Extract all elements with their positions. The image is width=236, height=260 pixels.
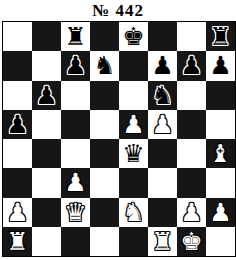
square-h4[interactable]: ♝ — [206, 139, 235, 168]
square-g1[interactable]: ♚ — [177, 227, 206, 256]
square-b8[interactable] — [32, 22, 61, 51]
square-h5[interactable] — [206, 110, 235, 139]
black-queen-piece: ♛ — [122, 139, 144, 168]
square-a4[interactable] — [3, 139, 32, 168]
black-pawn-piece: ♟ — [35, 81, 57, 110]
square-c8[interactable]: ♜ — [61, 22, 90, 51]
square-c3[interactable]: ♟ — [61, 168, 90, 197]
square-d7[interactable]: ♞ — [90, 51, 119, 80]
square-b1[interactable] — [32, 227, 61, 256]
square-e7[interactable] — [119, 51, 148, 80]
square-e5[interactable]: ♟ — [119, 110, 148, 139]
square-a7[interactable] — [3, 51, 32, 80]
black-rook-piece: ♜ — [209, 22, 231, 51]
puzzle-number-title: № 442 — [0, 0, 236, 21]
square-b3[interactable] — [32, 168, 61, 197]
square-c6[interactable] — [61, 81, 90, 110]
square-a5[interactable]: ♟ — [3, 110, 32, 139]
square-d4[interactable] — [90, 139, 119, 168]
white-pawn-piece: ♟ — [151, 110, 173, 139]
square-e1[interactable] — [119, 227, 148, 256]
square-h2[interactable]: ♟ — [206, 198, 235, 227]
square-f4[interactable] — [148, 139, 177, 168]
square-b7[interactable] — [32, 51, 61, 80]
square-f2[interactable] — [148, 198, 177, 227]
white-queen-piece: ♛ — [64, 198, 86, 227]
square-g3[interactable] — [177, 168, 206, 197]
black-rook-piece: ♜ — [64, 22, 86, 51]
square-a3[interactable] — [3, 168, 32, 197]
square-e8[interactable]: ♚ — [119, 22, 148, 51]
white-pawn-piece: ♟ — [64, 168, 86, 197]
square-g4[interactable] — [177, 139, 206, 168]
white-knight-piece: ♞ — [122, 198, 144, 227]
square-f5[interactable]: ♟ — [148, 110, 177, 139]
square-d3[interactable] — [90, 168, 119, 197]
black-king-piece: ♚ — [122, 22, 144, 51]
black-knight-piece: ♞ — [93, 51, 115, 80]
square-c7[interactable]: ♟ — [61, 51, 90, 80]
black-pawn-piece: ♟ — [180, 51, 202, 80]
square-d6[interactable] — [90, 81, 119, 110]
square-e6[interactable] — [119, 81, 148, 110]
white-king-piece: ♚ — [180, 227, 202, 256]
square-h7[interactable]: ♟ — [206, 51, 235, 80]
square-a8[interactable] — [3, 22, 32, 51]
square-f7[interactable]: ♟ — [148, 51, 177, 80]
square-a6[interactable] — [3, 81, 32, 110]
black-pawn-piece: ♟ — [6, 110, 28, 139]
black-knight-piece: ♞ — [151, 81, 173, 110]
square-d2[interactable] — [90, 198, 119, 227]
square-f6[interactable]: ♞ — [148, 81, 177, 110]
square-a1[interactable]: ♜ — [3, 227, 32, 256]
square-c5[interactable] — [61, 110, 90, 139]
square-a2[interactable]: ♟ — [3, 198, 32, 227]
chess-board: ♜♚♜♟♞♟♟♟♟♞♟♟♟♛♝♟♟♛♞♟♟♜♜♚ — [2, 21, 236, 257]
square-b2[interactable] — [32, 198, 61, 227]
square-f8[interactable] — [148, 22, 177, 51]
square-h8[interactable]: ♜ — [206, 22, 235, 51]
white-rook-piece: ♜ — [151, 227, 173, 256]
white-pawn-piece: ♟ — [6, 198, 28, 227]
square-b5[interactable] — [32, 110, 61, 139]
square-d5[interactable] — [90, 110, 119, 139]
white-bishop-piece: ♝ — [209, 139, 231, 168]
white-pawn-piece: ♟ — [122, 110, 144, 139]
chess-board-container: ♜♚♜♟♞♟♟♟♟♞♟♟♟♛♝♟♟♛♞♟♟♜♜♚ — [2, 21, 234, 257]
square-d8[interactable] — [90, 22, 119, 51]
black-pawn-piece: ♟ — [209, 51, 231, 80]
square-e3[interactable] — [119, 168, 148, 197]
square-g8[interactable] — [177, 22, 206, 51]
white-pawn-piece: ♟ — [209, 198, 231, 227]
square-f1[interactable]: ♜ — [148, 227, 177, 256]
square-h1[interactable] — [206, 227, 235, 256]
square-d1[interactable] — [90, 227, 119, 256]
square-g6[interactable] — [177, 81, 206, 110]
square-c1[interactable] — [61, 227, 90, 256]
square-h6[interactable] — [206, 81, 235, 110]
square-c2[interactable]: ♛ — [61, 198, 90, 227]
square-b4[interactable] — [32, 139, 61, 168]
white-pawn-piece: ♟ — [180, 198, 202, 227]
square-g7[interactable]: ♟ — [177, 51, 206, 80]
white-rook-piece: ♜ — [6, 227, 28, 256]
square-g2[interactable]: ♟ — [177, 198, 206, 227]
square-c4[interactable] — [61, 139, 90, 168]
black-pawn-piece: ♟ — [151, 51, 173, 80]
square-h3[interactable] — [206, 168, 235, 197]
square-f3[interactable] — [148, 168, 177, 197]
square-e4[interactable]: ♛ — [119, 139, 148, 168]
square-b6[interactable]: ♟ — [32, 81, 61, 110]
square-e2[interactable]: ♞ — [119, 198, 148, 227]
black-pawn-piece: ♟ — [64, 51, 86, 80]
square-g5[interactable] — [177, 110, 206, 139]
